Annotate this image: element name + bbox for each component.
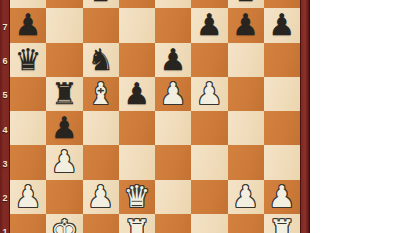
square-c2[interactable]: ♟	[83, 180, 119, 214]
square-h1[interactable]: ♜	[264, 214, 300, 233]
square-f3[interactable]	[191, 145, 227, 179]
rank-label-6: 6	[0, 56, 10, 66]
square-d6[interactable]	[119, 43, 155, 77]
piece-black-pawn-e6[interactable]: ♟	[160, 45, 187, 75]
piece-white-pawn-h2[interactable]: ♟	[268, 182, 295, 212]
rank-label-4: 4	[0, 125, 10, 135]
square-e3[interactable]	[155, 145, 191, 179]
piece-black-pawn-b4[interactable]: ♟	[51, 113, 78, 143]
square-h6[interactable]	[264, 43, 300, 77]
chess-board[interactable]: ♝♚♟♟♟♟♛♞♟♜♝♟♟♟♟♟♟♟♛♟♟♚♜♜	[10, 0, 300, 233]
square-h3[interactable]	[264, 145, 300, 179]
piece-white-pawn-g2[interactable]: ♟	[232, 182, 259, 212]
square-d3[interactable]	[119, 145, 155, 179]
square-c1[interactable]	[83, 214, 119, 233]
square-b7[interactable]	[46, 8, 82, 42]
square-g4[interactable]	[228, 111, 264, 145]
square-c4[interactable]	[83, 111, 119, 145]
square-g6[interactable]	[228, 43, 264, 77]
square-f6[interactable]	[191, 43, 227, 77]
piece-white-rook-h1[interactable]: ♜	[268, 216, 295, 233]
rank-label-2: 2	[0, 193, 10, 203]
square-c8[interactable]: ♝	[83, 0, 119, 8]
square-a5[interactable]	[10, 77, 46, 111]
square-g3[interactable]	[228, 145, 264, 179]
piece-black-king-g8[interactable]: ♚	[232, 0, 259, 6]
rank-label-3: 3	[0, 159, 10, 169]
piece-white-pawn-a2[interactable]: ♟	[15, 182, 42, 212]
square-e4[interactable]	[155, 111, 191, 145]
square-c6[interactable]: ♞	[83, 43, 119, 77]
square-e2[interactable]	[155, 180, 191, 214]
piece-white-king-b1[interactable]: ♚	[51, 216, 78, 233]
square-a6[interactable]: ♛	[10, 43, 46, 77]
piece-white-pawn-e5[interactable]: ♟	[160, 79, 187, 109]
square-b2[interactable]	[46, 180, 82, 214]
square-d5[interactable]: ♟	[119, 77, 155, 111]
square-d4[interactable]	[119, 111, 155, 145]
square-e7[interactable]	[155, 8, 191, 42]
board-viewport: 87654321 ♝♚♟♟♟♟♛♞♟♜♝♟♟♟♟♟♟♟♛♟♟♚♜♜	[0, 0, 414, 233]
piece-white-pawn-f5[interactable]: ♟	[196, 79, 223, 109]
piece-black-bishop-c8[interactable]: ♝	[87, 0, 114, 6]
square-b5[interactable]: ♜	[46, 77, 82, 111]
square-h4[interactable]	[264, 111, 300, 145]
square-a4[interactable]	[10, 111, 46, 145]
square-h2[interactable]: ♟	[264, 180, 300, 214]
square-a1[interactable]	[10, 214, 46, 233]
square-g1[interactable]	[228, 214, 264, 233]
square-f2[interactable]	[191, 180, 227, 214]
square-a2[interactable]: ♟	[10, 180, 46, 214]
square-a7[interactable]: ♟	[10, 8, 46, 42]
square-g2[interactable]: ♟	[228, 180, 264, 214]
piece-black-pawn-h7[interactable]: ♟	[268, 10, 295, 40]
square-b6[interactable]	[46, 43, 82, 77]
piece-white-queen-d2[interactable]: ♛	[123, 182, 150, 212]
square-c5[interactable]: ♝	[83, 77, 119, 111]
square-e1[interactable]	[155, 214, 191, 233]
piece-black-pawn-d5[interactable]: ♟	[123, 79, 150, 109]
piece-white-pawn-b3[interactable]: ♟	[51, 147, 78, 177]
square-f7[interactable]: ♟	[191, 8, 227, 42]
piece-black-pawn-g7[interactable]: ♟	[232, 10, 259, 40]
square-b8[interactable]	[46, 0, 82, 8]
piece-black-queen-a6[interactable]: ♛	[15, 45, 42, 75]
piece-white-rook-d1[interactable]: ♜	[123, 216, 150, 233]
square-c7[interactable]	[83, 8, 119, 42]
square-c3[interactable]	[83, 145, 119, 179]
square-h7[interactable]: ♟	[264, 8, 300, 42]
square-g5[interactable]	[228, 77, 264, 111]
square-b4[interactable]: ♟	[46, 111, 82, 145]
square-g7[interactable]: ♟	[228, 8, 264, 42]
square-d2[interactable]: ♛	[119, 180, 155, 214]
piece-black-rook-b5[interactable]: ♜	[51, 79, 78, 109]
square-f1[interactable]	[191, 214, 227, 233]
square-f5[interactable]: ♟	[191, 77, 227, 111]
rank-label-1: 1	[0, 227, 10, 233]
square-b1[interactable]: ♚	[46, 214, 82, 233]
piece-white-pawn-c2[interactable]: ♟	[87, 182, 114, 212]
piece-black-pawn-f7[interactable]: ♟	[196, 10, 223, 40]
rank-label-7: 7	[0, 22, 10, 32]
square-e6[interactable]: ♟	[155, 43, 191, 77]
square-d1[interactable]: ♜	[119, 214, 155, 233]
square-e5[interactable]: ♟	[155, 77, 191, 111]
square-f4[interactable]	[191, 111, 227, 145]
square-b3[interactable]: ♟	[46, 145, 82, 179]
square-d8[interactable]	[119, 0, 155, 8]
square-e8[interactable]	[155, 0, 191, 8]
square-d7[interactable]	[119, 8, 155, 42]
square-h5[interactable]	[264, 77, 300, 111]
piece-black-pawn-a7[interactable]: ♟	[15, 10, 42, 40]
piece-white-bishop-c5[interactable]: ♝	[87, 79, 114, 109]
rank-label-5: 5	[0, 90, 10, 100]
square-a3[interactable]	[10, 145, 46, 179]
piece-black-knight-c6[interactable]: ♞	[87, 45, 114, 75]
